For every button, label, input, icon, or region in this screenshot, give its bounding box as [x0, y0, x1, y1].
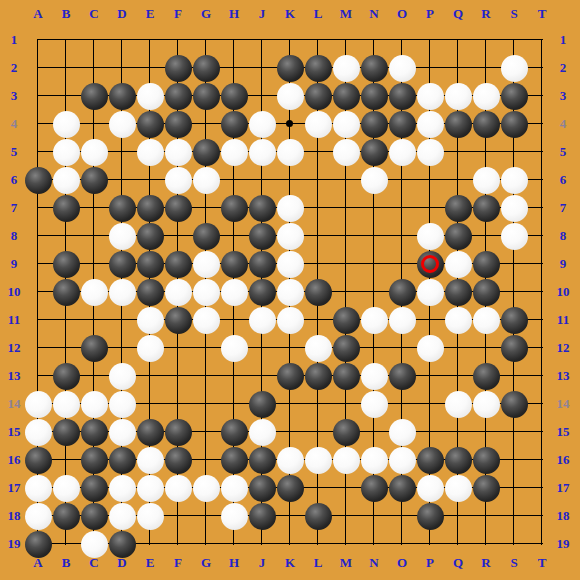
intersection-S14[interactable] — [500, 390, 528, 418]
intersection-F9[interactable] — [164, 250, 192, 278]
intersection-P1[interactable] — [416, 26, 444, 54]
intersection-L5[interactable] — [304, 138, 332, 166]
intersection-N1[interactable] — [360, 26, 388, 54]
intersection-B18[interactable] — [52, 502, 80, 530]
intersection-H5[interactable] — [220, 138, 248, 166]
intersection-M9[interactable] — [332, 250, 360, 278]
intersection-Q18[interactable] — [444, 502, 472, 530]
intersection-J7[interactable] — [248, 194, 276, 222]
intersection-M16[interactable] — [332, 446, 360, 474]
intersection-R13[interactable] — [472, 362, 500, 390]
intersection-P10[interactable] — [416, 278, 444, 306]
intersection-M1[interactable] — [332, 26, 360, 54]
intersection-E14[interactable] — [136, 390, 164, 418]
intersection-Q19[interactable] — [444, 530, 472, 558]
intersection-S5[interactable] — [500, 138, 528, 166]
intersection-L16[interactable] — [304, 446, 332, 474]
intersection-D16[interactable] — [108, 446, 136, 474]
intersection-H9[interactable] — [220, 250, 248, 278]
intersection-O8[interactable] — [388, 222, 416, 250]
intersection-C18[interactable] — [80, 502, 108, 530]
intersection-L2[interactable] — [304, 54, 332, 82]
intersection-P6[interactable] — [416, 166, 444, 194]
intersection-P13[interactable] — [416, 362, 444, 390]
intersection-T1[interactable] — [528, 26, 556, 54]
intersection-M4[interactable] — [332, 110, 360, 138]
intersection-E2[interactable] — [136, 54, 164, 82]
intersection-R10[interactable] — [472, 278, 500, 306]
intersection-T2[interactable] — [528, 54, 556, 82]
intersection-E16[interactable] — [136, 446, 164, 474]
intersection-J16[interactable] — [248, 446, 276, 474]
intersection-C13[interactable] — [80, 362, 108, 390]
intersection-K11[interactable] — [276, 306, 304, 334]
intersection-N11[interactable] — [360, 306, 388, 334]
intersection-N16[interactable] — [360, 446, 388, 474]
intersection-Q7[interactable] — [444, 194, 472, 222]
intersection-Q13[interactable] — [444, 362, 472, 390]
intersection-G2[interactable] — [192, 54, 220, 82]
intersection-N18[interactable] — [360, 502, 388, 530]
intersection-C15[interactable] — [80, 418, 108, 446]
intersection-H18[interactable] — [220, 502, 248, 530]
intersection-M12[interactable] — [332, 334, 360, 362]
intersection-Q17[interactable] — [444, 474, 472, 502]
intersection-R16[interactable] — [472, 446, 500, 474]
intersection-S9[interactable] — [500, 250, 528, 278]
intersection-S13[interactable] — [500, 362, 528, 390]
intersection-R7[interactable] — [472, 194, 500, 222]
intersection-K12[interactable] — [276, 334, 304, 362]
intersection-R17[interactable] — [472, 474, 500, 502]
intersection-A10[interactable] — [24, 278, 52, 306]
intersection-H12[interactable] — [220, 334, 248, 362]
intersection-F2[interactable] — [164, 54, 192, 82]
intersection-D9[interactable] — [108, 250, 136, 278]
intersection-K1[interactable] — [276, 26, 304, 54]
intersection-Q10[interactable] — [444, 278, 472, 306]
intersection-D19[interactable] — [108, 530, 136, 558]
intersection-L12[interactable] — [304, 334, 332, 362]
intersection-H6[interactable] — [220, 166, 248, 194]
intersection-Q4[interactable] — [444, 110, 472, 138]
intersection-D17[interactable] — [108, 474, 136, 502]
intersection-G15[interactable] — [192, 418, 220, 446]
intersection-G16[interactable] — [192, 446, 220, 474]
intersection-R11[interactable] — [472, 306, 500, 334]
intersection-F3[interactable] — [164, 82, 192, 110]
intersection-C14[interactable] — [80, 390, 108, 418]
intersection-F15[interactable] — [164, 418, 192, 446]
intersection-O17[interactable] — [388, 474, 416, 502]
intersection-M18[interactable] — [332, 502, 360, 530]
intersection-D7[interactable] — [108, 194, 136, 222]
intersection-J4[interactable] — [248, 110, 276, 138]
intersection-A1[interactable] — [24, 26, 52, 54]
intersection-H19[interactable] — [220, 530, 248, 558]
intersection-A4[interactable] — [24, 110, 52, 138]
intersection-M5[interactable] — [332, 138, 360, 166]
intersection-M7[interactable] — [332, 194, 360, 222]
intersection-R5[interactable] — [472, 138, 500, 166]
intersection-F17[interactable] — [164, 474, 192, 502]
intersection-S7[interactable] — [500, 194, 528, 222]
intersection-N19[interactable] — [360, 530, 388, 558]
intersection-P15[interactable] — [416, 418, 444, 446]
intersection-P7[interactable] — [416, 194, 444, 222]
intersection-S6[interactable] — [500, 166, 528, 194]
intersection-D18[interactable] — [108, 502, 136, 530]
intersection-O15[interactable] — [388, 418, 416, 446]
intersection-F12[interactable] — [164, 334, 192, 362]
intersection-J8[interactable] — [248, 222, 276, 250]
intersection-A6[interactable] — [24, 166, 52, 194]
intersection-G17[interactable] — [192, 474, 220, 502]
intersection-P16[interactable] — [416, 446, 444, 474]
intersection-P12[interactable] — [416, 334, 444, 362]
intersection-A14[interactable] — [24, 390, 52, 418]
intersection-S4[interactable] — [500, 110, 528, 138]
intersection-O1[interactable] — [388, 26, 416, 54]
intersection-F14[interactable] — [164, 390, 192, 418]
intersection-B19[interactable] — [52, 530, 80, 558]
intersection-L10[interactable] — [304, 278, 332, 306]
intersection-K16[interactable] — [276, 446, 304, 474]
intersection-D14[interactable] — [108, 390, 136, 418]
intersection-T10[interactable] — [528, 278, 556, 306]
intersection-R18[interactable] — [472, 502, 500, 530]
intersection-K3[interactable] — [276, 82, 304, 110]
intersection-G5[interactable] — [192, 138, 220, 166]
intersection-G9[interactable] — [192, 250, 220, 278]
intersection-F18[interactable] — [164, 502, 192, 530]
intersection-H16[interactable] — [220, 446, 248, 474]
intersection-R4[interactable] — [472, 110, 500, 138]
intersection-C7[interactable] — [80, 194, 108, 222]
intersection-O2[interactable] — [388, 54, 416, 82]
intersection-Q9[interactable] — [444, 250, 472, 278]
intersection-T11[interactable] — [528, 306, 556, 334]
intersection-Q15[interactable] — [444, 418, 472, 446]
intersection-L13[interactable] — [304, 362, 332, 390]
intersection-H14[interactable] — [220, 390, 248, 418]
intersection-B2[interactable] — [52, 54, 80, 82]
intersection-S19[interactable] — [500, 530, 528, 558]
intersection-M19[interactable] — [332, 530, 360, 558]
intersection-T18[interactable] — [528, 502, 556, 530]
intersection-A9[interactable] — [24, 250, 52, 278]
intersection-E11[interactable] — [136, 306, 164, 334]
intersection-E12[interactable] — [136, 334, 164, 362]
intersection-N6[interactable] — [360, 166, 388, 194]
intersection-S12[interactable] — [500, 334, 528, 362]
intersection-J17[interactable] — [248, 474, 276, 502]
intersection-G1[interactable] — [192, 26, 220, 54]
intersection-F1[interactable] — [164, 26, 192, 54]
intersection-P11[interactable] — [416, 306, 444, 334]
intersection-D1[interactable] — [108, 26, 136, 54]
intersection-O14[interactable] — [388, 390, 416, 418]
intersection-D13[interactable] — [108, 362, 136, 390]
intersection-Q6[interactable] — [444, 166, 472, 194]
intersection-F19[interactable] — [164, 530, 192, 558]
intersection-J15[interactable] — [248, 418, 276, 446]
intersection-L7[interactable] — [304, 194, 332, 222]
intersection-G6[interactable] — [192, 166, 220, 194]
intersection-F16[interactable] — [164, 446, 192, 474]
intersection-D10[interactable] — [108, 278, 136, 306]
intersection-L8[interactable] — [304, 222, 332, 250]
intersection-O12[interactable] — [388, 334, 416, 362]
intersection-B12[interactable] — [52, 334, 80, 362]
intersection-J10[interactable] — [248, 278, 276, 306]
intersection-E10[interactable] — [136, 278, 164, 306]
intersection-K7[interactable] — [276, 194, 304, 222]
intersection-D3[interactable] — [108, 82, 136, 110]
intersection-J1[interactable] — [248, 26, 276, 54]
intersection-Q3[interactable] — [444, 82, 472, 110]
intersection-B7[interactable] — [52, 194, 80, 222]
intersection-O7[interactable] — [388, 194, 416, 222]
intersection-L17[interactable] — [304, 474, 332, 502]
intersection-R8[interactable] — [472, 222, 500, 250]
intersection-G7[interactable] — [192, 194, 220, 222]
intersection-M15[interactable] — [332, 418, 360, 446]
intersection-P8[interactable] — [416, 222, 444, 250]
intersection-K13[interactable] — [276, 362, 304, 390]
intersection-J12[interactable] — [248, 334, 276, 362]
intersection-P14[interactable] — [416, 390, 444, 418]
intersection-J3[interactable] — [248, 82, 276, 110]
intersection-Q16[interactable] — [444, 446, 472, 474]
intersection-T5[interactable] — [528, 138, 556, 166]
intersection-D6[interactable] — [108, 166, 136, 194]
intersection-N3[interactable] — [360, 82, 388, 110]
intersection-K2[interactable] — [276, 54, 304, 82]
intersection-N13[interactable] — [360, 362, 388, 390]
intersection-O19[interactable] — [388, 530, 416, 558]
intersection-N7[interactable] — [360, 194, 388, 222]
intersection-P2[interactable] — [416, 54, 444, 82]
intersection-B4[interactable] — [52, 110, 80, 138]
intersection-S18[interactable] — [500, 502, 528, 530]
intersection-Q11[interactable] — [444, 306, 472, 334]
intersection-N9[interactable] — [360, 250, 388, 278]
intersection-N14[interactable] — [360, 390, 388, 418]
intersection-E19[interactable] — [136, 530, 164, 558]
intersection-A5[interactable] — [24, 138, 52, 166]
intersection-A19[interactable] — [24, 530, 52, 558]
intersection-L1[interactable] — [304, 26, 332, 54]
intersection-T13[interactable] — [528, 362, 556, 390]
intersection-B16[interactable] — [52, 446, 80, 474]
intersection-A2[interactable] — [24, 54, 52, 82]
intersection-R12[interactable] — [472, 334, 500, 362]
intersection-E9[interactable] — [136, 250, 164, 278]
intersection-M11[interactable] — [332, 306, 360, 334]
intersection-C10[interactable] — [80, 278, 108, 306]
intersection-H10[interactable] — [220, 278, 248, 306]
intersection-T14[interactable] — [528, 390, 556, 418]
intersection-E3[interactable] — [136, 82, 164, 110]
intersection-D8[interactable] — [108, 222, 136, 250]
intersection-T3[interactable] — [528, 82, 556, 110]
intersection-T19[interactable] — [528, 530, 556, 558]
intersection-B5[interactable] — [52, 138, 80, 166]
intersection-P17[interactable] — [416, 474, 444, 502]
intersection-Q12[interactable] — [444, 334, 472, 362]
intersection-K14[interactable] — [276, 390, 304, 418]
intersection-R14[interactable] — [472, 390, 500, 418]
intersection-D4[interactable] — [108, 110, 136, 138]
intersection-C1[interactable] — [80, 26, 108, 54]
intersection-B3[interactable] — [52, 82, 80, 110]
intersection-C19[interactable] — [80, 530, 108, 558]
intersection-A16[interactable] — [24, 446, 52, 474]
intersection-L9[interactable] — [304, 250, 332, 278]
intersection-Q2[interactable] — [444, 54, 472, 82]
intersection-K5[interactable] — [276, 138, 304, 166]
intersection-E15[interactable] — [136, 418, 164, 446]
intersection-G19[interactable] — [192, 530, 220, 558]
intersection-H11[interactable] — [220, 306, 248, 334]
intersection-B15[interactable] — [52, 418, 80, 446]
intersection-N10[interactable] — [360, 278, 388, 306]
intersection-P5[interactable] — [416, 138, 444, 166]
intersection-E4[interactable] — [136, 110, 164, 138]
intersection-H2[interactable] — [220, 54, 248, 82]
intersection-B9[interactable] — [52, 250, 80, 278]
intersection-L19[interactable] — [304, 530, 332, 558]
intersection-G8[interactable] — [192, 222, 220, 250]
intersection-G18[interactable] — [192, 502, 220, 530]
intersection-P4[interactable] — [416, 110, 444, 138]
intersection-K4[interactable] — [276, 110, 304, 138]
intersection-T4[interactable] — [528, 110, 556, 138]
intersection-K19[interactable] — [276, 530, 304, 558]
intersection-L4[interactable] — [304, 110, 332, 138]
intersection-R19[interactable] — [472, 530, 500, 558]
intersection-B17[interactable] — [52, 474, 80, 502]
intersection-M8[interactable] — [332, 222, 360, 250]
intersection-R6[interactable] — [472, 166, 500, 194]
intersection-D11[interactable] — [108, 306, 136, 334]
intersection-E8[interactable] — [136, 222, 164, 250]
intersection-M10[interactable] — [332, 278, 360, 306]
intersection-N5[interactable] — [360, 138, 388, 166]
intersection-A15[interactable] — [24, 418, 52, 446]
intersection-M3[interactable] — [332, 82, 360, 110]
intersection-E7[interactable] — [136, 194, 164, 222]
intersection-D12[interactable] — [108, 334, 136, 362]
intersection-H4[interactable] — [220, 110, 248, 138]
intersection-P3[interactable] — [416, 82, 444, 110]
intersection-T15[interactable] — [528, 418, 556, 446]
intersection-O16[interactable] — [388, 446, 416, 474]
intersection-N8[interactable] — [360, 222, 388, 250]
intersection-B6[interactable] — [52, 166, 80, 194]
intersection-O9[interactable] — [388, 250, 416, 278]
intersection-C2[interactable] — [80, 54, 108, 82]
intersection-A7[interactable] — [24, 194, 52, 222]
intersection-H17[interactable] — [220, 474, 248, 502]
intersection-A17[interactable] — [24, 474, 52, 502]
intersection-H8[interactable] — [220, 222, 248, 250]
intersection-C8[interactable] — [80, 222, 108, 250]
intersection-J5[interactable] — [248, 138, 276, 166]
intersection-H15[interactable] — [220, 418, 248, 446]
intersection-Q8[interactable] — [444, 222, 472, 250]
intersection-T16[interactable] — [528, 446, 556, 474]
intersection-F7[interactable] — [164, 194, 192, 222]
intersection-O18[interactable] — [388, 502, 416, 530]
intersection-O6[interactable] — [388, 166, 416, 194]
intersection-D5[interactable] — [108, 138, 136, 166]
intersection-S10[interactable] — [500, 278, 528, 306]
intersection-C16[interactable] — [80, 446, 108, 474]
intersection-N4[interactable] — [360, 110, 388, 138]
intersection-N15[interactable] — [360, 418, 388, 446]
intersection-S15[interactable] — [500, 418, 528, 446]
intersection-S16[interactable] — [500, 446, 528, 474]
intersection-P19[interactable] — [416, 530, 444, 558]
intersection-C3[interactable] — [80, 82, 108, 110]
intersection-O4[interactable] — [388, 110, 416, 138]
intersection-A13[interactable] — [24, 362, 52, 390]
intersection-A12[interactable] — [24, 334, 52, 362]
intersection-N2[interactable] — [360, 54, 388, 82]
intersection-O13[interactable] — [388, 362, 416, 390]
intersection-J19[interactable] — [248, 530, 276, 558]
intersection-J6[interactable] — [248, 166, 276, 194]
intersection-M6[interactable] — [332, 166, 360, 194]
intersection-D15[interactable] — [108, 418, 136, 446]
intersection-Q5[interactable] — [444, 138, 472, 166]
intersection-T7[interactable] — [528, 194, 556, 222]
intersection-J13[interactable] — [248, 362, 276, 390]
intersection-H13[interactable] — [220, 362, 248, 390]
intersection-T12[interactable] — [528, 334, 556, 362]
intersection-N17[interactable] — [360, 474, 388, 502]
intersection-K15[interactable] — [276, 418, 304, 446]
intersection-E18[interactable] — [136, 502, 164, 530]
intersection-Q1[interactable] — [444, 26, 472, 54]
intersection-G10[interactable] — [192, 278, 220, 306]
intersection-C9[interactable] — [80, 250, 108, 278]
intersection-H7[interactable] — [220, 194, 248, 222]
intersection-O5[interactable] — [388, 138, 416, 166]
intersection-R9[interactable] — [472, 250, 500, 278]
intersection-B11[interactable] — [52, 306, 80, 334]
intersection-G13[interactable] — [192, 362, 220, 390]
intersection-S11[interactable] — [500, 306, 528, 334]
intersection-O11[interactable] — [388, 306, 416, 334]
intersection-C11[interactable] — [80, 306, 108, 334]
intersection-F8[interactable] — [164, 222, 192, 250]
intersection-F5[interactable] — [164, 138, 192, 166]
intersection-H1[interactable] — [220, 26, 248, 54]
intersection-P9[interactable] — [416, 250, 444, 278]
intersection-T9[interactable] — [528, 250, 556, 278]
intersection-L6[interactable] — [304, 166, 332, 194]
intersection-T6[interactable] — [528, 166, 556, 194]
intersection-F10[interactable] — [164, 278, 192, 306]
intersection-K10[interactable] — [276, 278, 304, 306]
intersection-S8[interactable] — [500, 222, 528, 250]
intersection-K9[interactable] — [276, 250, 304, 278]
intersection-K17[interactable] — [276, 474, 304, 502]
intersection-J11[interactable] — [248, 306, 276, 334]
